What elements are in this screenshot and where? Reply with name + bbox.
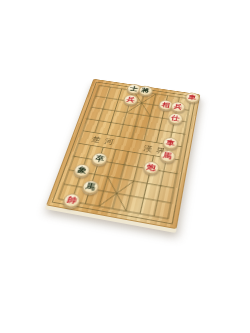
piece-character: 卒 [94,153,106,165]
piece-character: 車 [187,92,196,102]
piece-character: 兵 [173,102,183,112]
piece-character: 車 [165,137,176,148]
board-photo: 楚河 漢界 士將車兵相兵仕車馬炮卒象馬帥 [0,0,250,333]
piece-character: 士 [129,84,139,93]
piece-character: 馬 [162,150,173,162]
piece-character: 相 [161,100,171,110]
piece-character: 帥 [66,193,79,206]
piece-character: 炮 [146,162,157,174]
piece-character: 象 [76,165,88,177]
piece-character: 兵 [125,95,135,105]
piece-character: 馬 [84,181,96,194]
piece-character: 將 [140,86,150,95]
xiangqi-board: 楚河 漢界 士將車兵相兵仕車馬炮卒象馬帥 [46,79,200,229]
piece-character: 仕 [170,113,180,123]
